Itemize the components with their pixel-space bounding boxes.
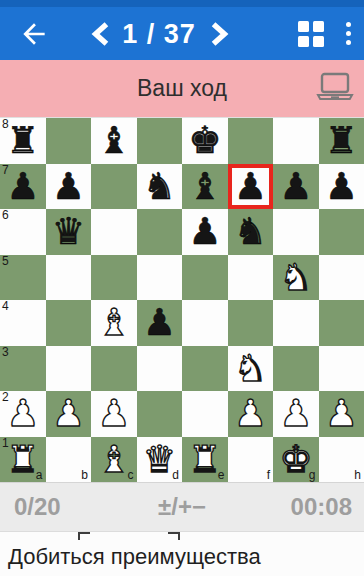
- square-e2[interactable]: [182, 391, 228, 437]
- square-e5[interactable]: [182, 255, 228, 301]
- square-c5[interactable]: [91, 255, 137, 301]
- square-g8[interactable]: [273, 118, 319, 164]
- black-bishop: ♝: [182, 164, 228, 209]
- puzzle-list-button[interactable]: [298, 21, 324, 47]
- white-knight: ♞: [273, 255, 319, 300]
- square-b4[interactable]: [46, 300, 92, 346]
- file-label-a: a: [36, 469, 43, 482]
- white-pawn: ♟: [46, 391, 92, 436]
- white-pawn: ♟: [273, 391, 319, 436]
- square-h2[interactable]: ♟: [319, 391, 364, 437]
- square-a4[interactable]: 4: [0, 300, 46, 346]
- square-h4[interactable]: [319, 300, 364, 346]
- back-button[interactable]: [18, 18, 50, 50]
- square-g4[interactable]: [273, 300, 319, 346]
- square-b2[interactable]: ♟: [46, 391, 92, 437]
- square-h1[interactable]: h: [319, 437, 364, 483]
- square-h5[interactable]: [319, 255, 364, 301]
- square-c7[interactable]: [91, 164, 137, 210]
- square-h8[interactable]: ♜: [319, 118, 364, 164]
- square-d7[interactable]: ♞: [137, 164, 183, 210]
- rank-label-3: 3: [2, 346, 9, 359]
- black-pawn: ♟: [319, 164, 364, 209]
- black-rook: ♜: [319, 118, 364, 163]
- rank-label-1: 1: [2, 437, 9, 450]
- square-e1[interactable]: e♜: [182, 437, 228, 483]
- puzzle-counter: 1 / 37: [118, 18, 200, 49]
- white-knight: ♞: [228, 346, 274, 391]
- square-h6[interactable]: [319, 209, 364, 255]
- square-f8[interactable]: [228, 118, 274, 164]
- square-a5[interactable]: 5: [0, 255, 46, 301]
- black-king: ♚: [182, 118, 228, 163]
- square-e6[interactable]: ♟: [182, 209, 228, 255]
- square-c4[interactable]: ♝: [91, 300, 137, 346]
- square-a2[interactable]: 2♟: [0, 391, 46, 437]
- black-pawn: ♟: [228, 164, 274, 209]
- square-c1[interactable]: c♝: [91, 437, 137, 483]
- square-c8[interactable]: ♝: [91, 118, 137, 164]
- black-knight: ♞: [137, 164, 183, 209]
- square-a6[interactable]: 6: [0, 209, 46, 255]
- white-pawn: ♟: [319, 391, 364, 436]
- square-a3[interactable]: 3: [0, 346, 46, 392]
- square-a1[interactable]: 1a♜: [0, 437, 46, 483]
- black-knight: ♞: [228, 209, 274, 254]
- white-bishop: ♝: [91, 300, 137, 345]
- square-h3[interactable]: [319, 346, 364, 392]
- square-e8[interactable]: ♚: [182, 118, 228, 164]
- app-bar: 1 / 37: [0, 7, 364, 60]
- rank-label-5: 5: [2, 255, 9, 268]
- square-h7[interactable]: ♟: [319, 164, 364, 210]
- chevron-left-icon: [88, 21, 114, 47]
- square-f5[interactable]: [228, 255, 274, 301]
- app-window: 1 / 37 Ваш ход 8♜♝♚♜7♟♟♞♝♟♟♟6♛♟♞5♞4♝♟3♞2…: [0, 0, 364, 576]
- square-b6[interactable]: ♛: [46, 209, 92, 255]
- grid-icon: [298, 21, 309, 32]
- white-pawn: ♟: [91, 391, 137, 436]
- square-f6[interactable]: ♞: [228, 209, 274, 255]
- square-c2[interactable]: ♟: [91, 391, 137, 437]
- chevron-right-icon: [206, 21, 232, 47]
- square-g6[interactable]: [273, 209, 319, 255]
- overflow-menu-button[interactable]: [338, 20, 358, 48]
- square-e3[interactable]: [182, 346, 228, 392]
- rank-label-2: 2: [2, 391, 9, 404]
- square-g7[interactable]: ♟: [273, 164, 319, 210]
- black-pawn: ♟: [46, 164, 92, 209]
- square-d6[interactable]: [137, 209, 183, 255]
- dots-vertical-icon: [346, 22, 351, 27]
- file-label-b: b: [81, 469, 88, 482]
- square-d4[interactable]: ♟: [137, 300, 183, 346]
- square-g2[interactable]: ♟: [273, 391, 319, 437]
- square-g3[interactable]: [273, 346, 319, 392]
- square-b5[interactable]: [46, 255, 92, 301]
- chess-board: 8♜♝♚♜7♟♟♞♝♟♟♟6♛♟♞5♞4♝♟3♞2♟♟♟♟♟♟1a♜bc♝d♛e…: [0, 117, 364, 483]
- square-d1[interactable]: d♛: [137, 437, 183, 483]
- clipped-content-mark: [78, 532, 90, 540]
- square-f1[interactable]: f: [228, 437, 274, 483]
- laptop-icon: [315, 72, 355, 102]
- black-pawn: ♟: [182, 209, 228, 254]
- rank-label-6: 6: [2, 209, 9, 222]
- square-b3[interactable]: [46, 346, 92, 392]
- square-e4[interactable]: [182, 300, 228, 346]
- file-label-d: d: [172, 469, 179, 482]
- square-g5[interactable]: ♞: [273, 255, 319, 301]
- task-area: Добиться преимущества: [0, 532, 364, 576]
- black-pawn: ♟: [137, 300, 183, 345]
- square-d5[interactable]: [137, 255, 183, 301]
- square-d2[interactable]: [137, 391, 183, 437]
- rank-label-8: 8: [2, 118, 9, 131]
- square-d3[interactable]: [137, 346, 183, 392]
- status-bar: 0/20 ±/+− 00:08: [0, 483, 364, 532]
- square-a7[interactable]: 7♟: [0, 164, 46, 210]
- white-pawn: ♟: [228, 391, 274, 436]
- square-c6[interactable]: [91, 209, 137, 255]
- clipped-content-mark: [168, 532, 180, 540]
- engine-button[interactable]: [315, 72, 355, 106]
- square-d8[interactable]: [137, 118, 183, 164]
- timer: 00:08: [291, 493, 352, 521]
- square-b7[interactable]: ♟: [46, 164, 92, 210]
- black-bishop: ♝: [91, 118, 137, 163]
- file-label-e: e: [218, 469, 225, 482]
- android-status-bar: [0, 0, 364, 7]
- square-e7[interactable]: ♝: [182, 164, 228, 210]
- turn-banner-text: Ваш ход: [137, 75, 227, 102]
- square-f2[interactable]: ♟: [228, 391, 274, 437]
- file-label-c: c: [128, 469, 134, 482]
- task-description: Добиться преимущества: [8, 544, 261, 570]
- square-f7[interactable]: ♟: [228, 164, 274, 210]
- file-label-f: f: [267, 469, 270, 482]
- rank-label-7: 7: [2, 164, 9, 177]
- black-pawn: ♟: [273, 164, 319, 209]
- turn-banner: Ваш ход: [0, 60, 364, 117]
- black-queen: ♛: [46, 209, 92, 254]
- rank-label-4: 4: [2, 300, 9, 313]
- square-b1[interactable]: b: [46, 437, 92, 483]
- square-f3[interactable]: ♞: [228, 346, 274, 392]
- arrow-left-icon: [18, 18, 50, 50]
- square-b8[interactable]: [46, 118, 92, 164]
- square-g1[interactable]: g♚: [273, 437, 319, 483]
- file-label-h: h: [354, 469, 361, 482]
- prev-puzzle-button[interactable]: [88, 21, 114, 47]
- square-c3[interactable]: [91, 346, 137, 392]
- square-a8[interactable]: 8♜: [0, 118, 46, 164]
- file-label-g: g: [309, 469, 316, 482]
- next-puzzle-button[interactable]: [206, 21, 232, 47]
- square-f4[interactable]: [228, 300, 274, 346]
